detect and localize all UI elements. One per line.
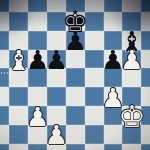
offboard-sliver (104, 0, 123, 12)
piece-white-king[interactable]: ♚ (118, 101, 145, 131)
square-f2[interactable] (85, 125, 104, 144)
offboard-sliver (141, 0, 150, 12)
square-e5[interactable] (66, 68, 85, 87)
square-d2[interactable]: ♟ (47, 125, 66, 144)
square-f1[interactable] (85, 144, 104, 150)
square-g1[interactable] (104, 144, 123, 150)
square-a8[interactable] (0, 12, 9, 31)
square-a4[interactable] (0, 87, 9, 106)
piece-white-pawn[interactable]: ♟ (45, 122, 68, 148)
offboard-sliver (122, 0, 141, 12)
square-a1[interactable] (0, 144, 9, 150)
square-h6[interactable]: ♟ (122, 50, 141, 69)
offboard-sliver (141, 144, 150, 150)
chessboard[interactable]: ♚♟♝♝♟♟♟♟♟♟♚♟ (0, 0, 150, 150)
square-h1[interactable] (122, 144, 141, 150)
square-d6[interactable]: ♟ (47, 50, 66, 69)
square-b8[interactable] (9, 12, 28, 31)
square-e3[interactable] (66, 106, 85, 125)
square-a2[interactable] (0, 125, 9, 144)
piece-black-pawn[interactable]: ♟ (45, 47, 68, 73)
piece-white-pawn[interactable]: ♟ (120, 47, 143, 73)
square-e1[interactable] (66, 144, 85, 150)
offboard-sliver (9, 0, 28, 12)
square-e4[interactable] (66, 87, 85, 106)
offboard-sliver (28, 0, 47, 12)
square-e2[interactable] (66, 125, 85, 144)
square-h3[interactable]: ♚ (122, 106, 141, 125)
offboard-sliver (0, 0, 9, 12)
square-c8[interactable] (28, 12, 47, 31)
square-d4[interactable] (47, 87, 66, 106)
square-b1[interactable] (9, 144, 28, 150)
square-e7[interactable]: ♟ (66, 31, 85, 50)
chessboard-photo: ♚♟♝♝♟♟♟♟♟♟♚♟ (0, 0, 150, 150)
square-a3[interactable] (0, 106, 9, 125)
